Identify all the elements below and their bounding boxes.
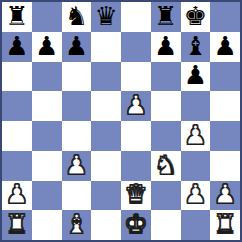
square-e8[interactable] — [121, 2, 151, 32]
square-h1[interactable]: ♜ — [210, 210, 240, 240]
chessboard: ♜♞♛♜♚♟♟♟♟♝♟♟♟♟♟♞♟♛♟♟♜♝♚♜ — [0, 0, 242, 242]
square-e3[interactable] — [121, 151, 151, 181]
square-e5[interactable]: ♟ — [121, 91, 151, 121]
square-c6[interactable] — [62, 62, 92, 92]
square-f4[interactable] — [151, 121, 181, 151]
square-h4[interactable] — [210, 121, 240, 151]
piece-white-bishop[interactable]: ♝ — [65, 211, 88, 237]
square-b4[interactable] — [32, 121, 62, 151]
piece-black-bishop[interactable]: ♝ — [184, 33, 207, 59]
square-f2[interactable] — [151, 181, 181, 211]
piece-white-pawn[interactable]: ♟ — [65, 152, 88, 178]
square-h7[interactable]: ♟ — [210, 32, 240, 62]
square-g4[interactable]: ♟ — [181, 121, 211, 151]
square-e4[interactable] — [121, 121, 151, 151]
square-c7[interactable]: ♟ — [62, 32, 92, 62]
square-f7[interactable]: ♟ — [151, 32, 181, 62]
square-g8[interactable]: ♚ — [181, 2, 211, 32]
square-e2[interactable]: ♛ — [121, 181, 151, 211]
square-d1[interactable] — [91, 210, 121, 240]
piece-black-rook[interactable]: ♜ — [5, 3, 28, 29]
piece-black-queen[interactable]: ♛ — [94, 3, 117, 29]
square-c1[interactable]: ♝ — [62, 210, 92, 240]
square-a8[interactable]: ♜ — [2, 2, 32, 32]
square-h5[interactable] — [210, 91, 240, 121]
square-a2[interactable]: ♟ — [2, 181, 32, 211]
square-a5[interactable] — [2, 91, 32, 121]
square-h3[interactable] — [210, 151, 240, 181]
square-c4[interactable] — [62, 121, 92, 151]
square-b7[interactable]: ♟ — [32, 32, 62, 62]
square-b3[interactable] — [32, 151, 62, 181]
square-f8[interactable]: ♜ — [151, 2, 181, 32]
board-grid: ♜♞♛♜♚♟♟♟♟♝♟♟♟♟♟♞♟♛♟♟♜♝♚♜ — [2, 2, 240, 240]
square-f5[interactable] — [151, 91, 181, 121]
piece-white-rook[interactable]: ♜ — [213, 211, 236, 237]
square-h2[interactable]: ♟ — [210, 181, 240, 211]
piece-white-rook[interactable]: ♜ — [5, 211, 28, 237]
square-a6[interactable] — [2, 62, 32, 92]
piece-black-pawn[interactable]: ♟ — [184, 62, 207, 88]
square-e6[interactable] — [121, 62, 151, 92]
piece-white-queen[interactable]: ♛ — [124, 181, 147, 207]
piece-black-pawn[interactable]: ♟ — [213, 33, 236, 59]
square-b5[interactable] — [32, 91, 62, 121]
piece-white-pawn[interactable]: ♟ — [124, 92, 147, 118]
square-d4[interactable] — [91, 121, 121, 151]
square-a7[interactable]: ♟ — [2, 32, 32, 62]
square-f6[interactable] — [151, 62, 181, 92]
square-g7[interactable]: ♝ — [181, 32, 211, 62]
piece-white-king[interactable]: ♚ — [124, 211, 147, 237]
piece-black-knight[interactable]: ♞ — [65, 3, 88, 29]
square-h6[interactable] — [210, 62, 240, 92]
square-g3[interactable] — [181, 151, 211, 181]
square-a4[interactable] — [2, 121, 32, 151]
piece-black-pawn[interactable]: ♟ — [35, 33, 58, 59]
square-g1[interactable] — [181, 210, 211, 240]
piece-black-king[interactable]: ♚ — [184, 3, 207, 29]
square-b8[interactable] — [32, 2, 62, 32]
square-b2[interactable] — [32, 181, 62, 211]
square-c3[interactable]: ♟ — [62, 151, 92, 181]
square-f1[interactable] — [151, 210, 181, 240]
square-c5[interactable] — [62, 91, 92, 121]
piece-white-pawn[interactable]: ♟ — [184, 122, 207, 148]
square-b1[interactable] — [32, 210, 62, 240]
square-h8[interactable] — [210, 2, 240, 32]
piece-black-pawn[interactable]: ♟ — [65, 33, 88, 59]
piece-black-pawn[interactable]: ♟ — [154, 33, 177, 59]
piece-black-pawn[interactable]: ♟ — [5, 33, 28, 59]
piece-white-pawn[interactable]: ♟ — [213, 181, 236, 207]
piece-white-pawn[interactable]: ♟ — [184, 181, 207, 207]
square-g5[interactable] — [181, 91, 211, 121]
square-d3[interactable] — [91, 151, 121, 181]
square-d2[interactable] — [91, 181, 121, 211]
square-c2[interactable] — [62, 181, 92, 211]
square-d8[interactable]: ♛ — [91, 2, 121, 32]
square-e7[interactable] — [121, 32, 151, 62]
piece-black-rook[interactable]: ♜ — [154, 3, 177, 29]
square-e1[interactable]: ♚ — [121, 210, 151, 240]
square-a3[interactable] — [2, 151, 32, 181]
square-f3[interactable]: ♞ — [151, 151, 181, 181]
square-c8[interactable]: ♞ — [62, 2, 92, 32]
square-d7[interactable] — [91, 32, 121, 62]
square-g6[interactable]: ♟ — [181, 62, 211, 92]
square-d5[interactable] — [91, 91, 121, 121]
square-a1[interactable]: ♜ — [2, 210, 32, 240]
piece-white-knight[interactable]: ♞ — [154, 152, 177, 178]
piece-white-pawn[interactable]: ♟ — [5, 181, 28, 207]
square-d6[interactable] — [91, 62, 121, 92]
square-b6[interactable] — [32, 62, 62, 92]
square-g2[interactable]: ♟ — [181, 181, 211, 211]
